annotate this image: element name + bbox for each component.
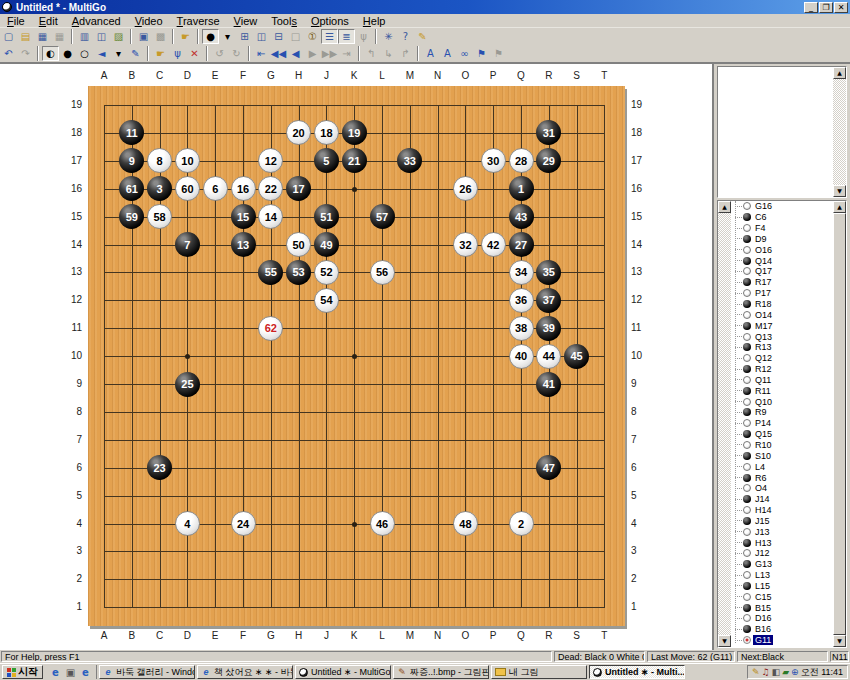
coord-row-right: 9	[631, 378, 653, 389]
move-label[interactable]: Q15	[753, 429, 774, 439]
game-info-button[interactable]: ☛	[177, 29, 194, 44]
move-item-G16[interactable]: G16	[731, 201, 833, 212]
coord-col-bottom: N	[430, 630, 446, 641]
stone-S10[interactable]: 45	[564, 344, 589, 369]
stone-C6[interactable]: 23	[147, 455, 172, 480]
stone-L13[interactable]: 56	[370, 260, 395, 285]
coord-row-left: 5	[60, 490, 82, 501]
coord-col-bottom: H	[291, 630, 307, 641]
move-label[interactable]: R11	[753, 386, 773, 396]
move-label[interactable]: R13	[753, 342, 774, 352]
window-title: Untitled * - MultiGo	[16, 2, 804, 13]
move-label[interactable]: O14	[753, 310, 774, 320]
toolbar-standard: ▢▤▦▦▥◫▨▣▩☛●▾⊞◫⊟□①☰≣ψ✳?✎	[0, 28, 850, 45]
move-item-P14[interactable]: P14	[731, 418, 833, 429]
black-stone-icon	[743, 517, 751, 525]
move-item-G11[interactable]: G11	[731, 635, 833, 646]
coord-row-right: 1	[631, 601, 653, 612]
move-label[interactable]: S10	[753, 451, 773, 461]
taskbar-button[interactable]: e바둑 갤러리 - Windo...	[99, 665, 195, 679]
grid-line-v	[438, 105, 439, 608]
next-move-mark-dropdown[interactable]: ▾	[219, 29, 236, 44]
stone-Q16[interactable]: 1	[509, 176, 534, 201]
minimize-button[interactable]: _	[804, 2, 818, 13]
stone-P14[interactable]: 42	[481, 232, 506, 257]
coord-row-left: 2	[60, 573, 82, 584]
stone-J15[interactable]: 51	[314, 204, 339, 229]
black-stone-button[interactable]: ●	[59, 46, 76, 61]
move-item-B16[interactable]: B16	[731, 624, 833, 635]
white-stone-icon	[743, 528, 751, 536]
black-stone-icon	[743, 430, 751, 438]
tree-connector	[735, 325, 742, 326]
coord-row-right: 18	[631, 127, 653, 138]
stone-R12[interactable]: 37	[536, 288, 561, 313]
stone-C15[interactable]: 58	[147, 204, 172, 229]
tree-right-scrollbar[interactable]: ▲ ▼	[833, 201, 846, 647]
scroll-down-icon[interactable]: ▼	[718, 635, 731, 647]
move-item-L13[interactable]: L13	[731, 570, 833, 581]
move-label[interactable]: R12	[753, 364, 774, 374]
marker-dropdown[interactable]: ▾	[110, 46, 127, 61]
coord-row-left: 4	[60, 518, 82, 529]
coord-col-top: Q	[513, 70, 529, 81]
stone-G15[interactable]: 14	[258, 204, 283, 229]
board-view: 1234567891011121314151617181920212223242…	[0, 63, 714, 650]
stone-F4[interactable]: 24	[231, 511, 256, 536]
stone-D17[interactable]: 10	[175, 148, 200, 173]
stone-J18[interactable]: 18	[314, 120, 339, 145]
stone-J17[interactable]: 5	[314, 148, 339, 173]
menu-edit[interactable]: Edit	[32, 14, 65, 28]
move-item-H14[interactable]: H14	[731, 505, 833, 516]
show-desktop-icon[interactable]: ▣	[64, 666, 77, 679]
coord-row-right: 12	[631, 294, 653, 305]
goto-move-button[interactable]: ⚑	[473, 46, 490, 61]
find-next-move-button[interactable]: A	[439, 46, 456, 61]
move-item-R9[interactable]: R9	[731, 407, 833, 418]
move-item-P17[interactable]: P17	[731, 288, 833, 299]
task-buttons: e바둑 갤러리 - Windo...e책 샀어요 ∗ ∗ - 바둑...Unti…	[99, 665, 685, 679]
taskbar-button-label: 짜증..!.bmp - 그림판	[410, 666, 489, 679]
move-item-B15[interactable]: B15	[731, 602, 833, 613]
tree-connector	[735, 249, 742, 250]
tree-left-scrollbar[interactable]: ▲ ▼	[718, 201, 731, 647]
tree-connector	[735, 228, 742, 229]
stone-B18[interactable]: 11	[119, 120, 144, 145]
delete-button[interactable]: ✕	[186, 46, 203, 61]
white-stone-button[interactable]: ○	[76, 46, 93, 61]
stone-C17[interactable]: 8	[147, 148, 172, 173]
stone-Q13[interactable]: 34	[509, 260, 534, 285]
layout-horizontal-split-button[interactable]: ⊟	[270, 29, 287, 44]
stone-D14[interactable]: 7	[175, 232, 200, 257]
stone-R17[interactable]: 29	[536, 148, 561, 173]
start-button[interactable]: 시작	[2, 665, 43, 679]
move-label[interactable]: J14	[753, 494, 772, 504]
move-label[interactable]: Q11	[753, 375, 773, 385]
white-stone-icon	[743, 419, 751, 427]
taskbar-button[interactable]: Untitled ∗ - MultiGo	[295, 665, 391, 679]
stone-B15[interactable]: 59	[119, 204, 144, 229]
move-item-R18[interactable]: R18	[731, 299, 833, 310]
stone-J13[interactable]: 52	[314, 260, 339, 285]
grid-line-v	[604, 105, 605, 608]
white-stone-icon	[743, 376, 751, 384]
move-label[interactable]: Q10	[753, 397, 774, 407]
scroll-down-icon[interactable]: ▼	[833, 185, 846, 197]
print-button[interactable]: ▥	[76, 29, 93, 44]
move-item-H13[interactable]: H13	[731, 537, 833, 548]
move-label[interactable]: L15	[753, 581, 772, 591]
tree-connector	[735, 553, 742, 554]
move-label[interactable]: L4	[753, 462, 767, 472]
move-label[interactable]: C6	[753, 212, 769, 222]
stone-O16[interactable]: 26	[453, 176, 478, 201]
tree-connector	[735, 282, 742, 283]
white-stone-icon	[743, 463, 751, 471]
move-item-R12[interactable]: R12	[731, 364, 833, 375]
menu-view[interactable]: View	[227, 14, 265, 28]
coord-col-top: S	[569, 70, 585, 81]
stone-M17[interactable]: 33	[397, 148, 422, 173]
save-button[interactable]: ▦	[34, 29, 51, 44]
scroll-up-icon[interactable]: ▲	[833, 201, 846, 213]
grid-line-h	[104, 412, 605, 413]
move-item-D16[interactable]: D16	[731, 613, 833, 624]
stone-R6[interactable]: 47	[536, 455, 561, 480]
menu-tools[interactable]: Tools	[264, 14, 304, 28]
coord-col-bottom: G	[263, 630, 279, 641]
find-prev-move-button[interactable]: A	[422, 46, 439, 61]
menu-video[interactable]: Video	[128, 14, 170, 28]
folder-icon	[495, 668, 506, 676]
stone-B16[interactable]: 61	[119, 176, 144, 201]
find-button[interactable]: ∞	[456, 46, 473, 61]
move-item-J13[interactable]: J13	[731, 526, 833, 537]
layout-vertical-split-button[interactable]: ◫	[253, 29, 270, 44]
layout-board-only-button[interactable]: ⊞	[236, 29, 253, 44]
stone-R10[interactable]: 44	[536, 344, 561, 369]
menu-advanced[interactable]: Advanced	[65, 14, 128, 28]
grid-line-v	[410, 105, 411, 608]
menu-options[interactable]: Options	[304, 14, 356, 28]
white-stone-icon	[743, 267, 751, 275]
internet-explorer-icon[interactable]: e	[79, 666, 92, 679]
coord-col-top: J	[318, 70, 334, 81]
move-item-S10[interactable]: S10	[731, 450, 833, 461]
stone-Q4[interactable]: 2	[509, 511, 534, 536]
tree-connector	[735, 629, 742, 630]
tree-connector	[735, 520, 742, 521]
move-label[interactable]: Q12	[753, 353, 774, 363]
close-button[interactable]: ✕	[834, 2, 848, 13]
scroll-up-icon[interactable]: ▲	[833, 67, 846, 79]
move-item-L4[interactable]: L4	[731, 461, 833, 472]
back-button[interactable]: ◀	[287, 46, 304, 61]
move-label[interactable]: J12	[753, 548, 772, 558]
stone-H14[interactable]: 50	[286, 232, 311, 257]
back-10-button[interactable]: ◀◀	[270, 46, 287, 61]
list-view-button[interactable]: ≣	[338, 29, 355, 44]
coord-row-right: 2	[631, 573, 653, 584]
stone-Q15[interactable]: 43	[509, 204, 534, 229]
scroll-up-icon[interactable]: ▲	[718, 201, 731, 213]
move-item-O14[interactable]: O14	[731, 309, 833, 320]
coord-col-top: A	[96, 70, 112, 81]
network-icon[interactable]: ▰	[782, 666, 789, 678]
stone-G11[interactable]: 62	[258, 316, 283, 341]
move-label[interactable]: B15	[753, 603, 773, 613]
tree-connector	[735, 379, 742, 380]
tree-view-button[interactable]: ☰	[321, 29, 338, 44]
move-item-Q10[interactable]: Q10	[731, 396, 833, 407]
tree-connector	[735, 542, 742, 543]
scroll-down-icon[interactable]: ▼	[833, 635, 846, 647]
marker-button[interactable]: ◄	[93, 46, 110, 61]
stone-F15[interactable]: 15	[231, 204, 256, 229]
stone-H18[interactable]: 20	[286, 120, 311, 145]
move-item-G13[interactable]: G13	[731, 559, 833, 570]
move-label[interactable]: P14	[753, 418, 773, 428]
internet-explorer-icon[interactable]: e	[49, 666, 62, 679]
tree-connector	[735, 466, 742, 467]
tree-connector	[735, 293, 742, 294]
move-label[interactable]: H13	[753, 538, 774, 548]
move-label[interactable]: G11	[753, 635, 773, 645]
tree-connector	[735, 434, 742, 435]
stone-L15[interactable]: 57	[370, 204, 395, 229]
move-label[interactable]: J15	[753, 516, 772, 526]
black-stone-icon	[743, 452, 751, 460]
stone-H13[interactable]: 53	[286, 260, 311, 285]
stone-O4[interactable]: 48	[453, 511, 478, 536]
move-label[interactable]: L13	[753, 570, 772, 580]
move-item-L15[interactable]: L15	[731, 581, 833, 592]
menu-help[interactable]: Help	[356, 14, 393, 28]
new-file-button[interactable]: ▢	[0, 29, 17, 44]
move-item-R10[interactable]: R10	[731, 440, 833, 451]
multigo-icon	[593, 668, 602, 677]
coord-row-left: 12	[60, 294, 82, 305]
scroll-thumb[interactable]	[833, 213, 846, 635]
move-item-J14[interactable]: J14	[731, 494, 833, 505]
stone-F14[interactable]: 13	[231, 232, 256, 257]
menu-file[interactable]: File	[0, 14, 32, 28]
stone-J12[interactable]: 54	[314, 288, 339, 313]
move-label[interactable]: P17	[753, 288, 773, 298]
open-file-button[interactable]: ▤	[17, 29, 34, 44]
coord-row-left: 19	[60, 99, 82, 110]
stone-Q14[interactable]: 27	[509, 232, 534, 257]
coord-row-right: 16	[631, 183, 653, 194]
coord-row-right: 11	[631, 322, 653, 333]
stone-H16[interactable]: 17	[286, 176, 311, 201]
undo-button[interactable]: ↶	[0, 46, 17, 61]
coord-col-top: B	[124, 70, 140, 81]
coord-col-bottom: F	[235, 630, 251, 641]
export-image-button[interactable]: ▨	[110, 29, 127, 44]
move-label[interactable]: J13	[753, 527, 772, 537]
toolbar-separator	[71, 29, 73, 44]
move-label[interactable]: O16	[753, 245, 774, 255]
coord-col-bottom: O	[457, 630, 473, 641]
move-label[interactable]: R10	[753, 440, 774, 450]
coord-row-left: 1	[60, 601, 82, 612]
taskbar-button[interactable]: 내 그림	[491, 665, 587, 679]
move-item-Q12[interactable]: Q12	[731, 353, 833, 364]
move-label[interactable]: Q17	[753, 266, 774, 276]
move-item-J15[interactable]: J15	[731, 515, 833, 526]
move-label[interactable]: H14	[753, 505, 774, 515]
stone-R18[interactable]: 31	[536, 120, 561, 145]
stone-D9[interactable]: 25	[175, 372, 200, 397]
coord-row-right: 13	[631, 266, 653, 277]
toolbar-separator	[417, 46, 419, 61]
move-item-J12[interactable]: J12	[731, 548, 833, 559]
next-move-mark-button[interactable]: ●	[202, 29, 219, 44]
move-label[interactable]: R17	[753, 277, 774, 287]
stone-Q17[interactable]: 28	[509, 148, 534, 173]
move-item-R13[interactable]: R13	[731, 342, 833, 353]
tree-connector	[735, 510, 742, 511]
display-icon[interactable]: ◧	[772, 666, 781, 678]
stone-Q11[interactable]: 38	[509, 316, 534, 341]
move-item-F4[interactable]: F4	[731, 223, 833, 234]
taskbar-button[interactable]: Untitled ∗ - Multi...	[589, 665, 685, 679]
move-item-R11[interactable]: R11	[731, 385, 833, 396]
tree-connector	[735, 336, 742, 337]
go-board[interactable]: 1234567891011121314151617181920212223242…	[88, 86, 625, 626]
tools-button[interactable]: ✳	[380, 29, 397, 44]
stone-G13[interactable]: 55	[258, 260, 283, 285]
move-item-Q15[interactable]: Q15	[731, 429, 833, 440]
move-label[interactable]: R18	[753, 299, 774, 309]
white-stone-icon	[743, 354, 751, 362]
stone-K18[interactable]: 19	[342, 120, 367, 145]
label-button[interactable]: ✎	[127, 46, 144, 61]
move-label[interactable]: B16	[753, 624, 773, 634]
move-label[interactable]: G13	[753, 559, 774, 569]
grid-line-h	[104, 468, 605, 469]
tree-connector	[735, 531, 742, 532]
stone-Q10[interactable]: 40	[509, 344, 534, 369]
move-item-Q11[interactable]: Q11	[731, 375, 833, 386]
move-label[interactable]: O4	[753, 483, 769, 493]
stone-Q12[interactable]: 36	[509, 288, 534, 313]
coord-row-left: 3	[60, 545, 82, 556]
move-item-R17[interactable]: R17	[731, 277, 833, 288]
move-label[interactable]: F4	[753, 223, 768, 233]
move-label[interactable]: M17	[753, 321, 775, 331]
tray-icons: ✎♫◧▰⊕	[752, 666, 799, 678]
move-item-Q13[interactable]: Q13	[731, 331, 833, 342]
first-move-button[interactable]: ⇤	[253, 46, 270, 61]
black-stone-icon	[743, 560, 751, 568]
move-label[interactable]: C15	[753, 592, 774, 602]
move-item-O4[interactable]: O4	[731, 483, 833, 494]
move-label[interactable]: R6	[753, 473, 769, 483]
stone-J14[interactable]: 49	[314, 232, 339, 257]
move-label[interactable]: R9	[753, 407, 769, 417]
stone-P17[interactable]: 30	[481, 148, 506, 173]
move-item-M17[interactable]: M17	[731, 320, 833, 331]
move-item-Q14[interactable]: Q14	[731, 255, 833, 266]
stone-F16[interactable]: 16	[231, 176, 256, 201]
stone-R13[interactable]: 35	[536, 260, 561, 285]
coord-row-right: 8	[631, 406, 653, 417]
stone-L4[interactable]: 46	[370, 511, 395, 536]
black-stone-icon	[743, 322, 751, 330]
title-bar: Untitled * - MultiGo _❐✕	[0, 0, 850, 14]
coord-row-right: 19	[631, 99, 653, 110]
coord-col-top: R	[541, 70, 557, 81]
toolbar-separator	[248, 46, 250, 61]
stone-G17[interactable]: 12	[258, 148, 283, 173]
move-item-R6[interactable]: R6	[731, 472, 833, 483]
update-icon[interactable]: ⊕	[791, 666, 799, 678]
taskbar-button[interactable]: ✎짜증..!.bmp - 그림판	[393, 665, 489, 679]
tree-connector	[735, 347, 742, 348]
stone-D4[interactable]: 4	[175, 511, 200, 536]
restore-button[interactable]: ❐	[819, 2, 833, 13]
star-point-K10	[352, 354, 357, 359]
stone-K17[interactable]: 21	[342, 148, 367, 173]
move-label[interactable]: Q13	[753, 332, 774, 342]
move-label[interactable]: G16	[753, 201, 774, 211]
move-item-C6[interactable]: C6	[731, 212, 833, 223]
pen-icon[interactable]: ✎	[752, 666, 760, 678]
pass-button[interactable]: ☛	[152, 46, 169, 61]
volume-icon[interactable]: ♫	[762, 666, 770, 678]
menu-traverse[interactable]: Traverse	[170, 14, 227, 28]
forward-button: ▶	[304, 46, 321, 61]
move-label[interactable]: D9	[753, 234, 769, 244]
move-label[interactable]: D16	[753, 613, 774, 623]
coord-col-top: F	[235, 70, 251, 81]
stone-B17[interactable]: 9	[119, 148, 144, 173]
stone-O14[interactable]: 32	[453, 232, 478, 257]
white-stone-icon	[743, 311, 751, 319]
context-help-button[interactable]: ?	[397, 29, 414, 44]
toolbar-separator	[197, 29, 199, 44]
move-item-D9[interactable]: D9	[731, 234, 833, 245]
show-move-numbers-button[interactable]: ①	[304, 29, 321, 44]
coord-col-top: L	[374, 70, 390, 81]
coord-row-left: 13	[60, 266, 82, 277]
stone-E16[interactable]: 6	[203, 176, 228, 201]
edit-mode-button[interactable]: ✎	[414, 29, 431, 44]
star-point-D10	[185, 354, 190, 359]
play-mode-button[interactable]: ◐	[42, 46, 59, 61]
stone-R11[interactable]: 39	[536, 316, 561, 341]
branch-button[interactable]: ψ	[169, 46, 186, 61]
copy-button[interactable]: ▣	[135, 29, 152, 44]
stone-D16[interactable]: 60	[175, 176, 200, 201]
stone-G16[interactable]: 22	[258, 176, 283, 201]
star-point-K4	[352, 522, 357, 527]
move-item-C15[interactable]: C15	[731, 591, 833, 602]
print-preview-button[interactable]: ◫	[93, 29, 110, 44]
info-scrollbar[interactable]: ▲ ▼	[833, 67, 846, 197]
move-tree-panel: ▲ ▼ G16C6F4D9O16Q14Q17R17P17R18O14M17Q13…	[717, 200, 847, 648]
move-item-Q17[interactable]: Q17	[731, 266, 833, 277]
stone-R9[interactable]: 41	[536, 372, 561, 397]
taskbar-button[interactable]: e책 샀어요 ∗ ∗ - 바둑...	[197, 665, 293, 679]
move-item-O16[interactable]: O16	[731, 244, 833, 255]
move-label[interactable]: Q14	[753, 256, 774, 266]
stone-C16[interactable]: 3	[147, 176, 172, 201]
